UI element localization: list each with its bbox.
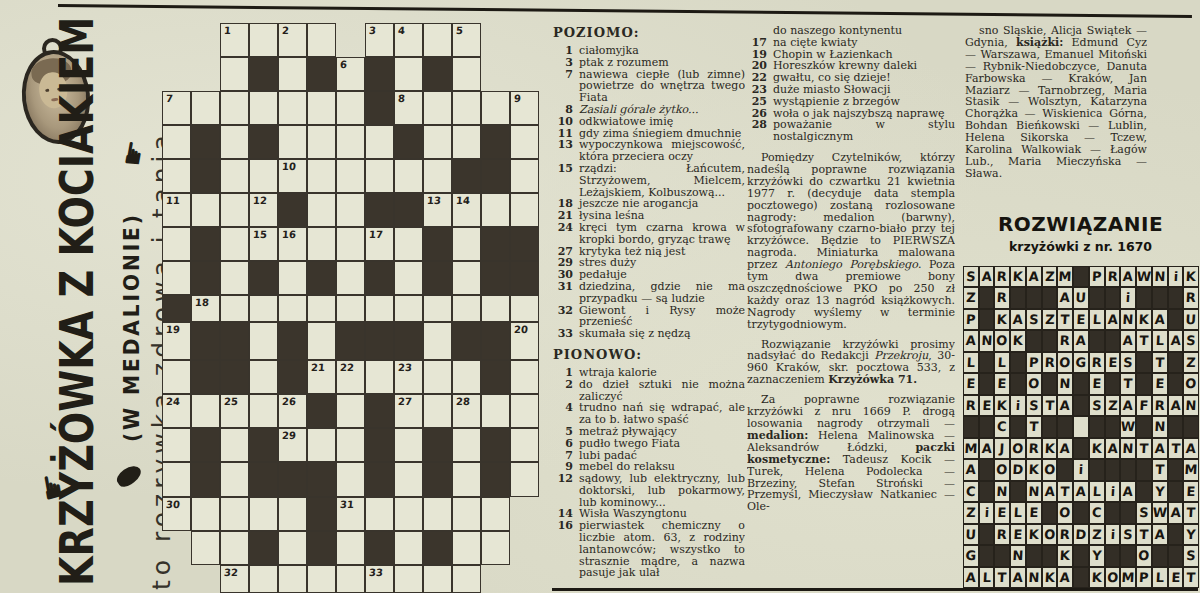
empty-cell (249, 23, 278, 57)
solution-letter-cell: N (1057, 373, 1073, 394)
clue-number: 28 (747, 119, 767, 131)
solution-letter-cell (1073, 416, 1089, 437)
numbered-cell-22: 22 (336, 360, 365, 394)
clue-number: 1 (553, 367, 573, 379)
solution-letter-cell: C (994, 416, 1010, 437)
solution-letter-cell: T (1042, 395, 1058, 416)
solution-letter: i (979, 503, 994, 522)
clue-item-28: 28poważanie w stylu nostalgicznym (747, 119, 955, 143)
solution-letter: C (995, 417, 1010, 436)
black-cell (249, 428, 278, 462)
solution-letter-cell: G (1073, 352, 1089, 373)
solution-letter-cell: P (963, 309, 979, 330)
empty-cell (423, 295, 452, 322)
solution-letter: R (1105, 267, 1120, 286)
empty-cell (423, 565, 452, 593)
solution-black-cell (1168, 416, 1184, 437)
numbered-cell-7: 7 (162, 91, 191, 125)
clue-item-32: 32Giewont i Rysy może przenieść (553, 305, 745, 329)
black-cell (510, 261, 539, 295)
solution-letter-cell: K (994, 395, 1010, 416)
black-cell (365, 428, 394, 462)
solution-letter-cell: L (1010, 502, 1026, 523)
solution-letter-cell: K (1089, 567, 1105, 588)
black-cell (307, 394, 336, 428)
solution-letter-cell: E (1105, 352, 1121, 373)
solution-letter-cell: O (1042, 524, 1058, 545)
down-clue-list-part2: 17na cięte kwiaty19Chopin w Łazienkach20… (747, 37, 955, 143)
solution-letter: N (1152, 417, 1167, 436)
solution-letter: P (963, 310, 978, 329)
clue-item-2: 2do dzieł sztuki nie można zaliczyć (553, 379, 745, 403)
black-cell (191, 261, 220, 295)
solution-letter: L (963, 353, 978, 372)
text-segment: Edmund Cyz — Warszawa, Emanuel Mitoński … (965, 36, 1147, 180)
solution-letter: Z (1042, 267, 1057, 286)
grid-clue-number: 9 (511, 92, 539, 104)
solution-black-cell (1168, 481, 1184, 502)
solution-letter-cell: E (994, 502, 1010, 523)
solution-letter: E (995, 503, 1010, 522)
grid-clue-number: 4 (395, 24, 423, 36)
solution-letter-cell: R (1057, 330, 1073, 351)
solution-letter: A (1121, 267, 1136, 286)
black-cell (191, 360, 220, 394)
solution-letter-cell: E (1183, 481, 1199, 502)
black-cell (481, 322, 510, 360)
empty-cell (481, 531, 510, 565)
solution-letter: F (1137, 396, 1152, 415)
clue-item-13: 13wypoczynkowa miejscowość, która przeci… (553, 139, 745, 163)
solution-letter-cell: K (1010, 266, 1026, 287)
solution-letter: N (1121, 310, 1136, 329)
empty-cell (220, 227, 249, 261)
solution-letter-cell: A (979, 438, 995, 459)
solution-letter-cell: S (963, 266, 979, 287)
address-paragraph: Rozwiązanie krzyżówki prosimy nadsyłać d… (747, 339, 955, 387)
grid-clue-number: 19 (163, 323, 191, 335)
numbered-cell-23: 23 (394, 360, 423, 394)
black-cell (394, 322, 423, 360)
empty-cell (249, 565, 278, 593)
empty-cell (220, 193, 249, 227)
grid-clue-number: 2 (279, 24, 307, 36)
solution-letter: C (963, 482, 978, 501)
solution-letter: A (1058, 396, 1073, 415)
winners-column: sno Śląskie, Alicja Świątek — Gdynia, ks… (965, 25, 1147, 215)
empty-cell (278, 91, 307, 125)
solution-letter: R (1058, 525, 1073, 544)
solution-letter: R (1042, 353, 1057, 372)
solution-letter: Z (963, 288, 978, 307)
solution-letter-cell: S (1136, 502, 1152, 523)
clue-text: skumała się z nędzą (579, 327, 690, 340)
solution-letter-cell: A (1168, 502, 1184, 523)
black-cell (481, 428, 510, 462)
solution-letter-cell: U (963, 524, 979, 545)
solution-letter: N (1058, 374, 1073, 393)
solution-black-cell (1042, 330, 1058, 351)
empty-cell (365, 125, 394, 159)
solution-letter: M (1184, 460, 1199, 479)
solution-letter-cell: T (1136, 438, 1152, 459)
solution-letter-cell: M (963, 438, 979, 459)
empty-cell (278, 295, 307, 322)
solution-black-cell (979, 459, 995, 480)
numbered-cell-28: 28 (452, 394, 481, 428)
solution-letter: R (1152, 396, 1167, 415)
black-cell (423, 57, 452, 91)
solution-letter: K (995, 396, 1010, 415)
solution-black-cell (1042, 502, 1058, 523)
black-cell (481, 360, 510, 394)
solution-letter: K (1137, 310, 1152, 329)
empty-cell (336, 261, 365, 295)
solution-letter-cell: L (979, 567, 995, 588)
solution-letter-cell: A (1168, 330, 1184, 351)
solution-letter-cell: E (979, 395, 995, 416)
solution-letter-cell: A (1057, 395, 1073, 416)
solution-letter: A (1168, 396, 1183, 415)
solution-letter-cell: R (1105, 266, 1121, 287)
solution-letter: P (1137, 568, 1152, 587)
ink-blob-icon (114, 462, 144, 490)
solution-letter: R (995, 267, 1010, 286)
solution-letter-cell: T (1152, 459, 1168, 480)
empty-cell (162, 428, 191, 462)
empty-cell (336, 227, 365, 261)
empty-cell (394, 295, 423, 322)
empty-cell (220, 428, 249, 462)
black-cell (423, 462, 452, 497)
empty-cell (336, 159, 365, 193)
solution-letter: K (1026, 525, 1041, 544)
solution-letter-cell: M (1057, 266, 1073, 287)
black-cell (481, 125, 510, 159)
numbered-cell-33: 33 (365, 565, 394, 593)
solution-black-cell (1105, 416, 1121, 437)
solution-letter-cell: W (1120, 416, 1136, 437)
solution-letter: U (963, 525, 978, 544)
solution-letter: Y (1089, 546, 1104, 565)
black-cell (365, 57, 394, 91)
grid-clue-number: 10 (279, 160, 307, 172)
empty-cell (278, 531, 307, 565)
empty-cell (452, 360, 481, 394)
solution-letter-cell: A (1026, 266, 1042, 287)
black-cell (162, 295, 191, 322)
solution-black-cell (979, 287, 995, 308)
solution-black-cell (1168, 459, 1184, 480)
black-cell (278, 322, 307, 360)
grid-clue-number: 14 (453, 194, 481, 206)
solution-letter: Z (1105, 396, 1120, 415)
empty-cell (220, 497, 249, 531)
numbered-cell-14: 14 (452, 193, 481, 227)
empty-cell (510, 462, 539, 497)
solution-letter: A (1042, 482, 1057, 501)
solution-letter: A (1121, 396, 1136, 415)
solution-black-cell (1168, 373, 1184, 394)
grid-clue-number: 25 (221, 395, 249, 407)
clue-number: 32 (553, 305, 573, 317)
solution-black-cell (1010, 373, 1026, 394)
numbered-cell-26: 26 (278, 394, 307, 428)
grid-clue-number: 1 (221, 24, 249, 36)
solution-letter-cell: P (1136, 567, 1152, 588)
solution-letter-cell: Z (1105, 395, 1121, 416)
solution-letter-cell: A (1057, 567, 1073, 588)
black-cell (423, 428, 452, 462)
solution-letter: A (1105, 439, 1120, 458)
solution-letter-cell: R (994, 287, 1010, 308)
solution-letter: L (1011, 503, 1026, 522)
solution-letter-cell: A (1057, 438, 1073, 459)
clue-number: 10 (553, 116, 573, 128)
solution-letter-cell: R (1026, 438, 1042, 459)
solution-letter-cell: A (1152, 524, 1168, 545)
solution-letter: O (1137, 546, 1152, 565)
grid-clue-number: 6 (337, 58, 365, 70)
solution-letter: E (1168, 568, 1183, 587)
black-cell (365, 322, 394, 360)
solution-letter-cell: E (1010, 524, 1026, 545)
grid-clue-number: 33 (366, 566, 394, 578)
clue-text: do dzieł sztuki nie można zaliczyć (579, 378, 745, 403)
solution-letter-cell: O (1057, 502, 1073, 523)
solution-letter-cell: A (1010, 309, 1026, 330)
solution-letter-cell: K (1089, 438, 1105, 459)
empty-cell (510, 193, 539, 227)
solution-letter-cell: O (994, 459, 1010, 480)
empty-cell (336, 295, 365, 322)
solution-letter: U (1074, 288, 1089, 307)
solution-letter-cell: T (1183, 502, 1199, 523)
solution-letter-cell: K (1057, 545, 1073, 566)
empty-cell (394, 462, 423, 497)
solution-letter-cell: N (1120, 309, 1136, 330)
solution-letter: R (1026, 439, 1041, 458)
black-cell (249, 261, 278, 295)
empty-cell (336, 91, 365, 125)
solution-letter: A (1011, 568, 1026, 587)
clue-number: 15 (553, 163, 573, 175)
empty-cell (394, 57, 423, 91)
empty-cell (394, 227, 423, 261)
black-cell (452, 159, 481, 193)
solution-letter-cell: L (1152, 330, 1168, 351)
solution-letter-cell: N (994, 481, 1010, 502)
grid-clue-number: 27 (395, 395, 423, 407)
clue-number: 4 (553, 402, 573, 414)
solution-letter: T (1152, 353, 1167, 372)
numbered-cell-10: 10 (278, 159, 307, 193)
clue-text: rządzi: Łańcutem, Strzyżowem, Mielcem, L… (579, 162, 745, 199)
solution-letter-cell: E (1168, 567, 1184, 588)
empty-cell (423, 91, 452, 125)
solution-black-cell (1120, 459, 1136, 480)
solution-black-cell (1105, 545, 1121, 566)
black-cell (307, 261, 336, 295)
empty-cell (394, 531, 423, 565)
solution-letter-cell: T (1057, 481, 1073, 502)
solution-letter: C (1089, 503, 1104, 522)
solution-black-cell (1010, 287, 1026, 308)
grid-clue-number: 17 (366, 228, 394, 240)
black-cell (191, 159, 220, 193)
solution-black-cell (1120, 502, 1136, 523)
solution-black-cell (1105, 373, 1121, 394)
solution-letter-cell: K (1042, 438, 1058, 459)
empty-cell (162, 227, 191, 261)
solution-letter-cell: E (963, 373, 979, 394)
solution-letter: E (963, 374, 978, 393)
solution-letter: i (1105, 525, 1120, 544)
solution-letter: O (1058, 503, 1073, 522)
solution-letter-cell: E (1073, 309, 1089, 330)
black-cell (191, 462, 220, 497)
solution-letter-cell: A (1168, 395, 1184, 416)
empty-cell (278, 565, 307, 593)
solution-grid: SARKAZMPRAWNiKZRAUiRPKASZTELANKAUANOKRAA… (963, 266, 1199, 588)
solution-black-cell (1042, 416, 1058, 437)
clue-number: 3 (553, 57, 573, 69)
solution-letter: R (995, 288, 1010, 307)
solution-black-cell (1073, 545, 1089, 566)
empty-cell (162, 360, 191, 394)
empty-cell (278, 261, 307, 295)
solution-letter: U (1184, 310, 1199, 329)
solution-letter: L (979, 568, 994, 587)
solution-black-cell (1105, 459, 1121, 480)
empty-cell (249, 159, 278, 193)
solution-letter-cell: T (994, 567, 1010, 588)
grid-clue-number: 30 (163, 498, 191, 510)
solution-black-cell (1026, 545, 1042, 566)
solution-black-cell (1136, 373, 1152, 394)
solution-letter: L (1089, 482, 1104, 501)
solution-letter: K (1184, 267, 1199, 286)
solution-letter: O (1011, 439, 1026, 458)
solution-letter-cell: K (994, 309, 1010, 330)
empty-cell (336, 462, 365, 497)
solution-letter: E (979, 396, 994, 415)
empty-cell (336, 531, 365, 565)
solution-letter: S (1121, 525, 1136, 544)
solution-letter-cell: i (1105, 524, 1121, 545)
empty-cell (249, 394, 278, 428)
clue-text: sądowy, lub elektryczny, lub doktorski, … (579, 472, 745, 509)
solution-letter-cell: A (1105, 438, 1121, 459)
empty-cell (423, 497, 452, 531)
empty-cell (423, 125, 452, 159)
empty-cell (365, 497, 394, 531)
solution-letter: O (995, 331, 1010, 350)
solution-letter-cell: G (963, 545, 979, 566)
empty-cell (220, 57, 249, 91)
solution-letter-cell: O (1010, 438, 1026, 459)
solution-letter-cell: T (1183, 567, 1199, 588)
solution-letter: A (1058, 568, 1073, 587)
solution-letter-cell: A (1105, 309, 1121, 330)
solution-letter: Y (1184, 525, 1199, 544)
solution-letter-cell: A (1120, 266, 1136, 287)
solution-letter-cell: T (1136, 524, 1152, 545)
solution-letter: R (963, 396, 978, 415)
empty-cell (307, 159, 336, 193)
solution-letter: N (1011, 546, 1026, 565)
solution-letter-cell: O (994, 330, 1010, 351)
solution-letter-cell: T (1057, 309, 1073, 330)
solution-letter-cell: R (1042, 352, 1058, 373)
solution-letter: i (1105, 482, 1120, 501)
solution-letter-cell: A (1010, 567, 1026, 588)
numbered-cell-32: 32 (220, 565, 249, 593)
numbered-cell-11: 11 (162, 193, 191, 227)
solution-letter-cell: O (1057, 352, 1073, 373)
solution-letter-cell: W (1152, 502, 1168, 523)
clue-item-33: 33skumała się z nędzą (553, 328, 745, 340)
solution-letter: A (1074, 482, 1089, 501)
solution-letter: A (1074, 331, 1089, 350)
solution-black-cell (1026, 330, 1042, 351)
solution-black-cell (1073, 502, 1089, 523)
solution-letter-cell: R (1183, 287, 1199, 308)
clue-text: dziedzina, gdzie nie ma przypadku — są l… (579, 280, 745, 305)
solution-letter-cell: F (1136, 395, 1152, 416)
solution-letter-cell: U (1073, 287, 1089, 308)
solution-letter-cell: A (1073, 481, 1089, 502)
clue-number: 25 (747, 96, 767, 108)
numbered-cell-21: 21 (307, 360, 336, 394)
magazine-page: ☛ ☛ KRZYŻÓWKA Z KOCIAKIEM (W MEDALIONIE)… (0, 0, 1200, 593)
solution-letter: T (1026, 417, 1041, 436)
empty-cell (510, 428, 539, 462)
solution-letter-cell: S (1183, 545, 1199, 566)
solution-letter: Z (963, 503, 978, 522)
black-cell (278, 193, 307, 227)
solution-letter: R (995, 525, 1010, 544)
empty-cell (481, 91, 510, 125)
across-heading: POZIOMO: (553, 25, 745, 40)
empty-cell (510, 360, 539, 394)
solution-letter-cell: R (994, 524, 1010, 545)
solution-letter-cell: i (1073, 459, 1089, 480)
empty-cell (423, 159, 452, 193)
grid-clue-number: 15 (250, 228, 278, 240)
solution-letter-cell: R (1152, 395, 1168, 416)
black-cell (365, 462, 394, 497)
empty-cell (307, 565, 336, 593)
solution-letter-cell: U (1183, 309, 1199, 330)
solution-letter: S (963, 267, 978, 286)
solution-letter-cell: N (979, 330, 995, 351)
solution-letter-cell: A (1152, 309, 1168, 330)
solution-black-cell (1089, 330, 1105, 351)
solution-letter: K (1089, 568, 1104, 587)
empty-cell (307, 295, 336, 322)
solution-black-cell (1089, 287, 1105, 308)
solution-letter: K (1042, 439, 1057, 458)
clue-item-4: 4trudno nań się wdrapać, ale za to b. ła… (553, 402, 745, 426)
solution-letter-cell: A (1073, 330, 1089, 351)
numbered-cell-1: 1 (220, 23, 249, 57)
solution-letter-cell: A (1057, 287, 1073, 308)
grid-clue-number: 12 (250, 194, 278, 206)
numbered-cell-16: 16 (278, 227, 307, 261)
empty-cell (423, 394, 452, 428)
solution-letter-cell: S (1026, 395, 1042, 416)
